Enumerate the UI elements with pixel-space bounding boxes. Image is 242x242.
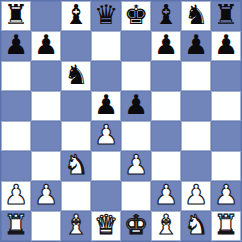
square-c4[interactable]: [61, 121, 91, 151]
square-e7[interactable]: [121, 31, 151, 61]
square-g4[interactable]: [181, 121, 211, 151]
square-h1[interactable]: ♜: [211, 211, 241, 241]
piece-black-pawn[interactable]: ♟: [94, 91, 118, 120]
piece-black-pawn[interactable]: ♟: [214, 31, 238, 60]
piece-white-knight[interactable]: ♞: [64, 151, 88, 180]
square-c2[interactable]: [61, 181, 91, 211]
piece-white-pawn[interactable]: ♟: [184, 181, 208, 210]
square-e1[interactable]: ♚: [121, 211, 151, 241]
square-a3[interactable]: [1, 151, 31, 181]
square-g2[interactable]: ♟: [181, 181, 211, 211]
square-d1[interactable]: ♛: [91, 211, 121, 241]
square-c7[interactable]: [61, 31, 91, 61]
square-c1[interactable]: ♝: [61, 211, 91, 241]
square-h6[interactable]: [211, 61, 241, 91]
square-e8[interactable]: ♚: [121, 1, 151, 31]
square-h8[interactable]: ♜: [211, 1, 241, 31]
piece-white-pawn[interactable]: ♟: [4, 181, 28, 210]
chess-board-container: ♜♝♛♚♝♞♜♟♟♟♟♟♞♟♟♟♞♟♟♟♟♟♟♜♝♛♚♝♞♜: [0, 0, 242, 242]
square-g1[interactable]: ♞: [181, 211, 211, 241]
piece-black-bishop[interactable]: ♝: [154, 1, 178, 30]
piece-white-pawn[interactable]: ♟: [154, 181, 178, 210]
square-b8[interactable]: [31, 1, 61, 31]
square-b5[interactable]: [31, 91, 61, 121]
square-b3[interactable]: [31, 151, 61, 181]
square-g8[interactable]: ♞: [181, 1, 211, 31]
square-a4[interactable]: [1, 121, 31, 151]
square-b1[interactable]: [31, 211, 61, 241]
square-g3[interactable]: [181, 151, 211, 181]
square-g6[interactable]: [181, 61, 211, 91]
square-a8[interactable]: ♜: [1, 1, 31, 31]
square-h3[interactable]: [211, 151, 241, 181]
piece-white-knight[interactable]: ♞: [184, 211, 208, 240]
square-f8[interactable]: ♝: [151, 1, 181, 31]
square-h4[interactable]: [211, 121, 241, 151]
piece-white-queen[interactable]: ♛: [94, 211, 118, 240]
square-e6[interactable]: [121, 61, 151, 91]
square-f7[interactable]: ♟: [151, 31, 181, 61]
square-a5[interactable]: [1, 91, 31, 121]
piece-black-pawn[interactable]: ♟: [184, 31, 208, 60]
piece-white-king[interactable]: ♚: [124, 211, 148, 240]
square-a6[interactable]: [1, 61, 31, 91]
square-e3[interactable]: ♟: [121, 151, 151, 181]
square-e2[interactable]: [121, 181, 151, 211]
square-c6[interactable]: ♞: [61, 61, 91, 91]
square-b4[interactable]: [31, 121, 61, 151]
piece-black-knight[interactable]: ♞: [64, 61, 88, 90]
piece-black-pawn[interactable]: ♟: [34, 31, 58, 60]
square-a7[interactable]: ♟: [1, 31, 31, 61]
piece-white-pawn[interactable]: ♟: [124, 151, 148, 180]
square-b7[interactable]: ♟: [31, 31, 61, 61]
square-d6[interactable]: [91, 61, 121, 91]
piece-white-pawn[interactable]: ♟: [94, 121, 118, 150]
square-d4[interactable]: ♟: [91, 121, 121, 151]
square-h5[interactable]: [211, 91, 241, 121]
square-a1[interactable]: ♜: [1, 211, 31, 241]
piece-white-pawn[interactable]: ♟: [214, 181, 238, 210]
piece-white-rook[interactable]: ♜: [4, 211, 28, 240]
piece-black-queen[interactable]: ♛: [94, 1, 118, 30]
square-f2[interactable]: ♟: [151, 181, 181, 211]
piece-white-bishop[interactable]: ♝: [64, 211, 88, 240]
square-f5[interactable]: [151, 91, 181, 121]
chess-board: ♜♝♛♚♝♞♜♟♟♟♟♟♞♟♟♟♞♟♟♟♟♟♟♜♝♛♚♝♞♜: [0, 0, 242, 242]
square-c3[interactable]: ♞: [61, 151, 91, 181]
piece-black-pawn[interactable]: ♟: [4, 31, 28, 60]
piece-black-bishop[interactable]: ♝: [64, 1, 88, 30]
piece-black-rook[interactable]: ♜: [214, 1, 238, 30]
piece-black-king[interactable]: ♚: [124, 1, 148, 30]
square-b6[interactable]: [31, 61, 61, 91]
square-f3[interactable]: [151, 151, 181, 181]
square-f6[interactable]: [151, 61, 181, 91]
square-c5[interactable]: [61, 91, 91, 121]
piece-black-rook[interactable]: ♜: [4, 1, 28, 30]
piece-black-pawn[interactable]: ♟: [154, 31, 178, 60]
square-d5[interactable]: ♟: [91, 91, 121, 121]
square-h7[interactable]: ♟: [211, 31, 241, 61]
square-d2[interactable]: [91, 181, 121, 211]
square-e5[interactable]: ♟: [121, 91, 151, 121]
square-a2[interactable]: ♟: [1, 181, 31, 211]
square-f1[interactable]: ♝: [151, 211, 181, 241]
square-h2[interactable]: ♟: [211, 181, 241, 211]
piece-black-knight[interactable]: ♞: [184, 1, 208, 30]
square-c8[interactable]: ♝: [61, 1, 91, 31]
piece-white-pawn[interactable]: ♟: [34, 181, 58, 210]
square-d8[interactable]: ♛: [91, 1, 121, 31]
square-g7[interactable]: ♟: [181, 31, 211, 61]
piece-white-bishop[interactable]: ♝: [154, 211, 178, 240]
square-e4[interactable]: [121, 121, 151, 151]
piece-white-rook[interactable]: ♜: [214, 211, 238, 240]
square-b2[interactable]: ♟: [31, 181, 61, 211]
square-f4[interactable]: [151, 121, 181, 151]
piece-black-pawn[interactable]: ♟: [124, 91, 148, 120]
square-d7[interactable]: [91, 31, 121, 61]
square-g5[interactable]: [181, 91, 211, 121]
square-d3[interactable]: [91, 151, 121, 181]
